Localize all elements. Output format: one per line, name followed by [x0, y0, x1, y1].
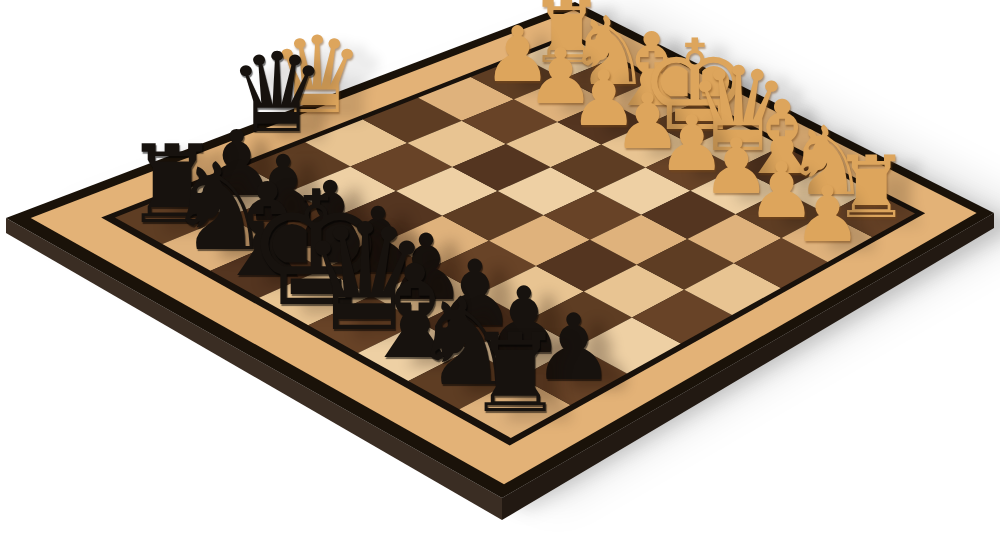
chessboard — [0, 0, 1000, 539]
chess-set-photo: ♜♟♞♟♝♛♟♚♛♟♛♟♝♞♟♟♜♟♟♜♟♟♞♟♝♟♚♟♛♟♝♟♞♜ — [0, 0, 1000, 539]
